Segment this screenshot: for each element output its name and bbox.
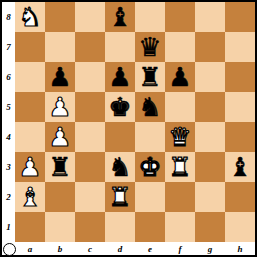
file-label-d: d — [105, 242, 135, 255]
square-e3[interactable]: ♚ — [135, 152, 165, 182]
square-a1[interactable] — [15, 212, 45, 242]
square-c3[interactable] — [75, 152, 105, 182]
piece-white-pawn[interactable]: ♟ — [45, 92, 75, 122]
square-b5[interactable]: ♟ — [45, 92, 75, 122]
square-h3[interactable]: ♝ — [225, 152, 255, 182]
square-d3[interactable]: ♞ — [105, 152, 135, 182]
square-c7[interactable] — [75, 32, 105, 62]
diagram-frame: ♞♝♛♟♟♜♟♟♚♞♟♛♟♜♞♚♜♝♝♜ 87654321 abcdefgh — [0, 0, 257, 257]
square-a5[interactable] — [15, 92, 45, 122]
square-h6[interactable] — [225, 62, 255, 92]
square-e7[interactable]: ♛ — [135, 32, 165, 62]
square-f4[interactable]: ♛ — [165, 122, 195, 152]
square-a4[interactable] — [15, 122, 45, 152]
white-to-move-indicator — [3, 243, 16, 256]
square-d2[interactable]: ♜ — [105, 182, 135, 212]
diagram-margin: ♞♝♛♟♟♜♟♟♚♞♟♛♟♜♞♚♜♝♝♜ 87654321 abcdefgh — [2, 2, 255, 255]
square-h2[interactable] — [225, 182, 255, 212]
square-c4[interactable] — [75, 122, 105, 152]
piece-white-king[interactable]: ♚ — [135, 152, 165, 182]
square-f1[interactable] — [165, 212, 195, 242]
square-f2[interactable] — [165, 182, 195, 212]
square-h5[interactable] — [225, 92, 255, 122]
square-a6[interactable] — [15, 62, 45, 92]
square-b2[interactable] — [45, 182, 75, 212]
file-label-a: a — [15, 242, 45, 255]
square-f3[interactable]: ♜ — [165, 152, 195, 182]
square-b4[interactable]: ♟ — [45, 122, 75, 152]
square-d7[interactable] — [105, 32, 135, 62]
rank-label-8: 8 — [2, 2, 15, 32]
square-b8[interactable] — [45, 2, 75, 32]
piece-white-rook[interactable]: ♜ — [165, 152, 195, 182]
square-g7[interactable] — [195, 32, 225, 62]
square-e4[interactable] — [135, 122, 165, 152]
square-g3[interactable] — [195, 152, 225, 182]
piece-black-queen[interactable]: ♛ — [135, 32, 165, 62]
piece-white-bishop[interactable]: ♝ — [15, 182, 45, 212]
piece-white-pawn[interactable]: ♟ — [15, 152, 45, 182]
piece-black-king[interactable]: ♚ — [105, 92, 135, 122]
square-e1[interactable] — [135, 212, 165, 242]
rank-label-6: 6 — [2, 62, 15, 92]
square-g5[interactable] — [195, 92, 225, 122]
square-d8[interactable]: ♝ — [105, 2, 135, 32]
piece-black-knight[interactable]: ♞ — [105, 152, 135, 182]
square-f6[interactable]: ♟ — [165, 62, 195, 92]
piece-black-rook[interactable]: ♜ — [135, 62, 165, 92]
piece-black-knight[interactable]: ♞ — [135, 92, 165, 122]
square-h1[interactable] — [225, 212, 255, 242]
square-e5[interactable]: ♞ — [135, 92, 165, 122]
square-f5[interactable] — [165, 92, 195, 122]
square-a8[interactable]: ♞ — [15, 2, 45, 32]
square-f7[interactable] — [165, 32, 195, 62]
file-labels: abcdefgh — [15, 242, 255, 255]
square-h4[interactable] — [225, 122, 255, 152]
piece-black-pawn[interactable]: ♟ — [105, 62, 135, 92]
square-a3[interactable]: ♟ — [15, 152, 45, 182]
square-h8[interactable] — [225, 2, 255, 32]
square-b6[interactable]: ♟ — [45, 62, 75, 92]
rank-labels: 87654321 — [2, 2, 15, 242]
square-g8[interactable] — [195, 2, 225, 32]
square-d6[interactable]: ♟ — [105, 62, 135, 92]
file-label-c: c — [75, 242, 105, 255]
square-e6[interactable]: ♜ — [135, 62, 165, 92]
piece-white-queen[interactable]: ♛ — [165, 122, 195, 152]
square-b1[interactable] — [45, 212, 75, 242]
file-label-e: e — [135, 242, 165, 255]
piece-black-rook[interactable]: ♜ — [45, 152, 75, 182]
piece-white-rook[interactable]: ♜ — [105, 182, 135, 212]
square-c1[interactable] — [75, 212, 105, 242]
file-label-g: g — [195, 242, 225, 255]
square-c2[interactable] — [75, 182, 105, 212]
rank-label-1: 1 — [2, 212, 15, 242]
square-c8[interactable] — [75, 2, 105, 32]
square-e8[interactable] — [135, 2, 165, 32]
piece-white-knight[interactable]: ♞ — [15, 2, 45, 32]
piece-black-pawn[interactable]: ♟ — [165, 62, 195, 92]
piece-black-bishop[interactable]: ♝ — [225, 152, 255, 182]
square-d5[interactable]: ♚ — [105, 92, 135, 122]
square-h7[interactable] — [225, 32, 255, 62]
square-g6[interactable] — [195, 62, 225, 92]
chess-board: ♞♝♛♟♟♜♟♟♚♞♟♛♟♜♞♚♜♝♝♜ — [15, 2, 255, 242]
square-a7[interactable] — [15, 32, 45, 62]
square-c5[interactable] — [75, 92, 105, 122]
square-a2[interactable]: ♝ — [15, 182, 45, 212]
square-g4[interactable] — [195, 122, 225, 152]
file-label-f: f — [165, 242, 195, 255]
square-c6[interactable] — [75, 62, 105, 92]
square-g2[interactable] — [195, 182, 225, 212]
piece-black-pawn[interactable]: ♟ — [45, 62, 75, 92]
square-g1[interactable] — [195, 212, 225, 242]
square-d1[interactable] — [105, 212, 135, 242]
rank-label-7: 7 — [2, 32, 15, 62]
file-label-b: b — [45, 242, 75, 255]
rank-label-5: 5 — [2, 92, 15, 122]
rank-label-2: 2 — [2, 182, 15, 212]
piece-black-bishop[interactable]: ♝ — [105, 2, 135, 32]
square-b7[interactable] — [45, 32, 75, 62]
square-d4[interactable] — [105, 122, 135, 152]
rank-label-4: 4 — [2, 122, 15, 152]
piece-white-pawn[interactable]: ♟ — [45, 122, 75, 152]
file-label-h: h — [225, 242, 255, 255]
rank-label-3: 3 — [2, 152, 15, 182]
square-f8[interactable] — [165, 2, 195, 32]
square-b3[interactable]: ♜ — [45, 152, 75, 182]
square-e2[interactable] — [135, 182, 165, 212]
